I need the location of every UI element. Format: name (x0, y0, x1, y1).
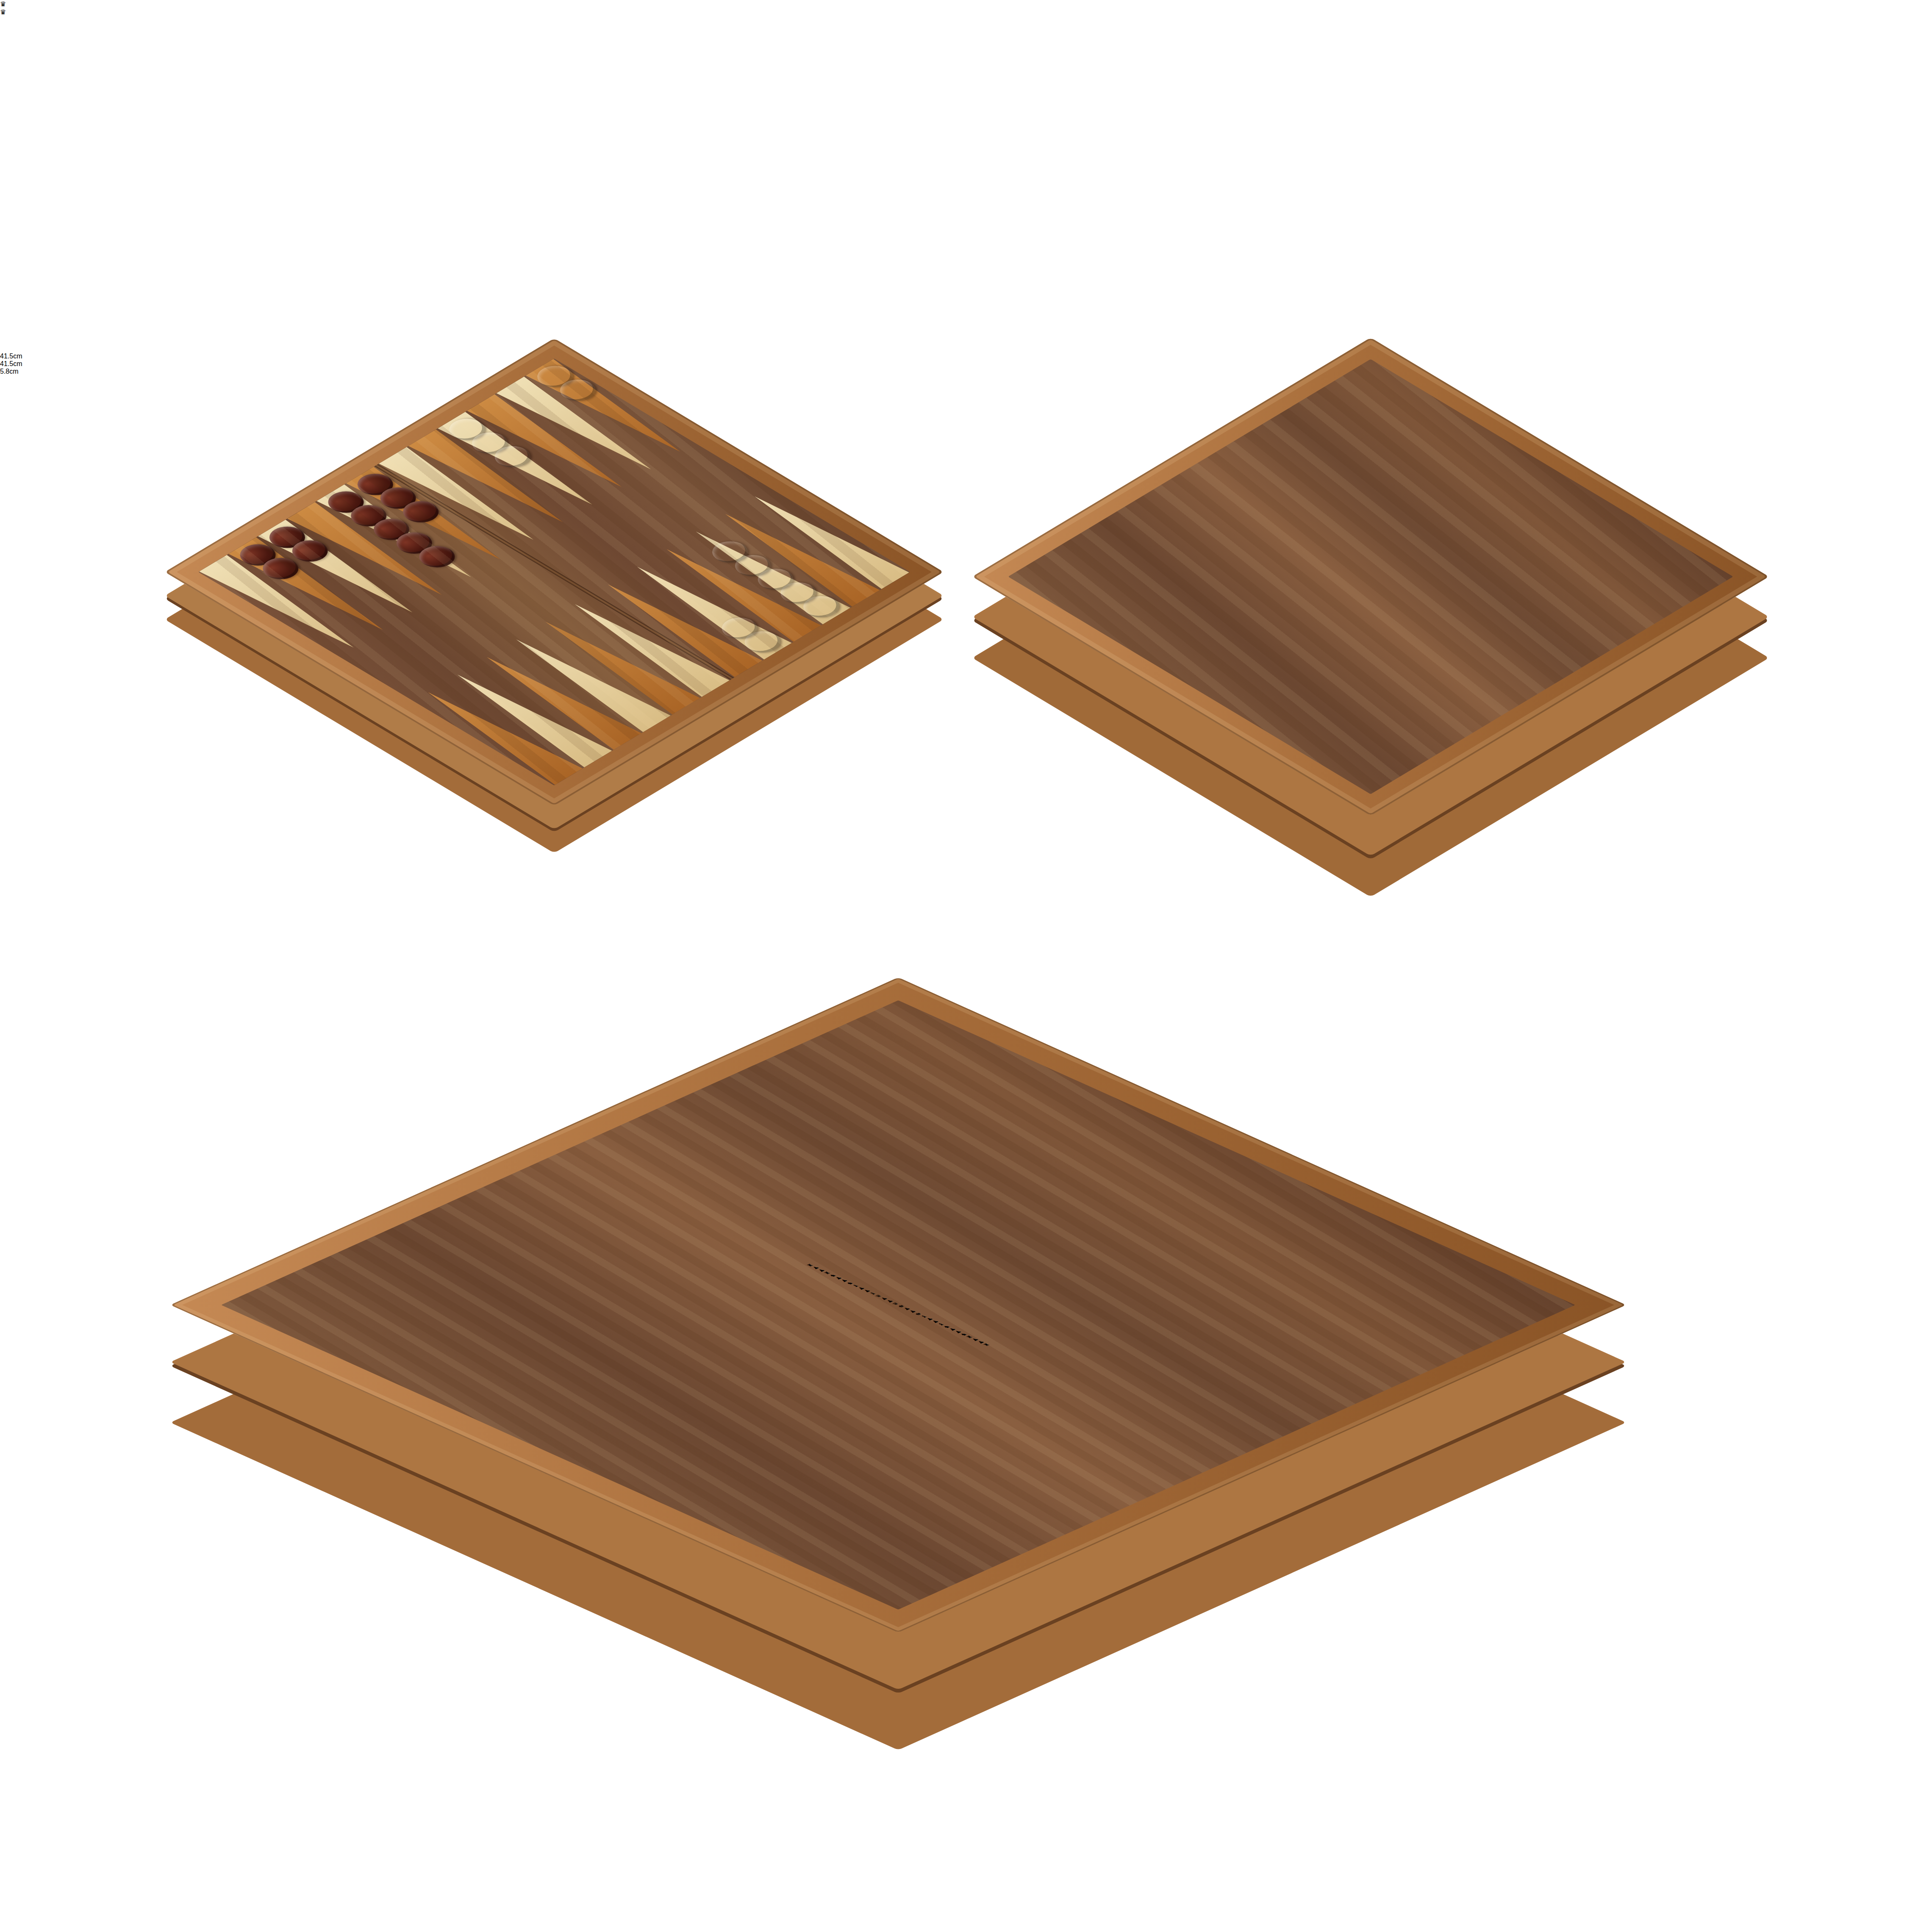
width-label: 41.5cm (0, 353, 1932, 360)
closed-chess-box (972, 338, 1769, 816)
product-photo-canvas: ♜♟♟♜♞♟♟♞♝♟♟♝♛♟♟♛♚♟♟♚♝♟♟♝♞♟♟♞♜♟♟♜ ♛ ♛ 41.… (0, 0, 1932, 1932)
wood-grain (1008, 359, 1733, 794)
backgammon-board (165, 338, 944, 805)
brass-latch-icon (0, 120, 49, 193)
closed-box-walnut-frame (1008, 359, 1733, 794)
brass-hinge-icon (0, 253, 25, 294)
brass-latch-icon (0, 68, 36, 128)
backgammon-field (198, 358, 910, 786)
pinstripe-border: ♜♟♟♜♞♟♟♞♝♟♟♝♛♟♟♛♚♟♟♚♝♟♟♝♞♟♟♞♜♟♟♜ (805, 1263, 991, 1347)
spare-white-queen: ♛ (0, 0, 1932, 8)
pinstripe-border-inner: ♜♟♟♜♞♟♟♞♝♟♟♝♛♟♟♛♚♟♟♚♝♟♟♝♞♟♟♞♜♟♟♜ (805, 1263, 991, 1347)
depth-arrow (61, 144, 355, 439)
main-chessboard-grid: ♜♟♟♜♞♟♟♞♝♟♟♝♛♟♟♛♚♟♟♚♝♟♟♝♞♟♟♞♜♟♟♜ (805, 1263, 991, 1347)
height-label: 5.8cm (0, 368, 1932, 375)
height-measure-line (0, 291, 2, 348)
white-rook: ♜ (982, 1343, 991, 1347)
spare-black-queen: ♛ (0, 8, 1932, 16)
board-square: ♜ (981, 1342, 991, 1347)
main-walnut-frame: ♜♟♟♜♞♟♟♞♝♟♟♝♛♟♟♛♚♟♟♚♝♟♟♝♞♟♟♞♜♟♟♜ (221, 1000, 1575, 1610)
brass-latch-icon (0, 186, 44, 258)
main-chess-board: ♜♟♟♜♞♟♟♞♝♟♟♝♛♟♟♛♚♟♟♚♝♟♟♝♞♟♟♞♜♟♟♜ (170, 977, 1627, 1632)
brass-latch-icon (0, 12, 43, 74)
depth-label: 41.5cm (0, 360, 1932, 368)
